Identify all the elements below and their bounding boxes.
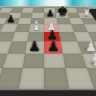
piece-black-pawn[interactable]: ♟ xyxy=(44,9,56,18)
square-h6[interactable] xyxy=(81,18,96,24)
square-f3[interactable] xyxy=(60,41,81,53)
square-d5[interactable]: ♝ xyxy=(29,24,44,32)
square-e7[interactable]: ♟ xyxy=(44,13,56,18)
piece-black-king[interactable]: ♚ xyxy=(56,5,68,17)
square-c2[interactable] xyxy=(2,53,26,68)
square-h7[interactable]: ♜ xyxy=(78,13,93,18)
piece-black-pawn[interactable]: ♟ xyxy=(44,39,62,53)
square-g5[interactable] xyxy=(71,24,88,32)
chess-game-screen: ♟♚♜♟♝♟♟♟♟♟♞♜ xyxy=(0,0,96,96)
piece-white-rook[interactable]: ♜ xyxy=(81,8,93,18)
square-e3[interactable]: ♟ xyxy=(44,41,62,53)
square-f7[interactable]: ♚ xyxy=(55,13,68,18)
piece-black-pawn[interactable]: ♟ xyxy=(26,39,44,53)
square-g2[interactable]: ♞ xyxy=(81,53,96,68)
square-d1[interactable] xyxy=(19,68,44,88)
piece-black-pawn[interactable]: ♟ xyxy=(4,14,17,24)
square-d3[interactable]: ♟ xyxy=(26,41,44,53)
square-b6[interactable]: ♟ xyxy=(4,18,20,24)
piece-white-knight[interactable]: ♞ xyxy=(86,50,96,69)
chess-board[interactable]: ♟♚♜♟♝♟♟♟♟♟♞♜ xyxy=(0,8,96,91)
piece-white-bishop[interactable]: ♝ xyxy=(29,19,44,32)
piece-white-rook[interactable]: ♜ xyxy=(93,69,96,89)
square-d2[interactable] xyxy=(23,53,44,68)
background-sky xyxy=(0,0,96,6)
